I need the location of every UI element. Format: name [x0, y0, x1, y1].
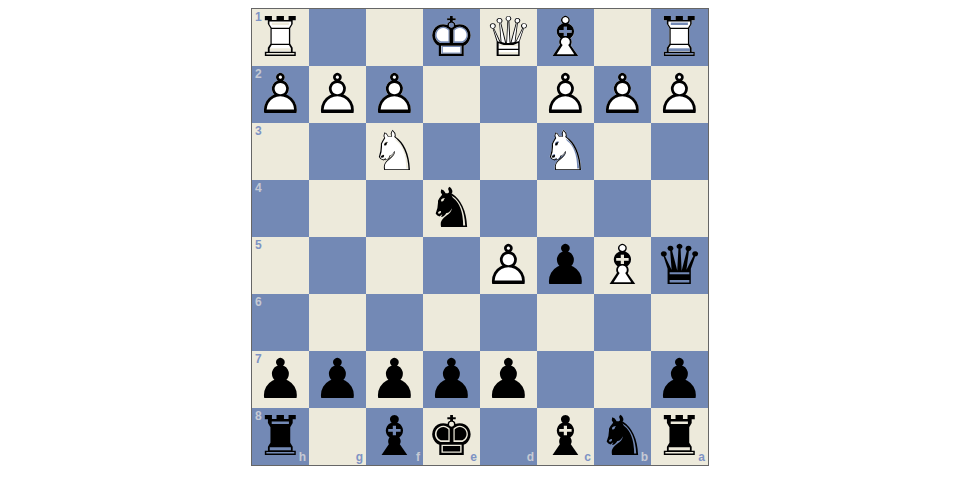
square-d1[interactable]: ♛♕: [480, 9, 537, 66]
square-b2[interactable]: ♟♙: [594, 66, 651, 123]
white-bishop-icon: ♗: [594, 237, 651, 294]
piece-white-pawn-h2[interactable]: ♟♙: [252, 66, 309, 123]
square-f6[interactable]: [366, 294, 423, 351]
piece-white-knight-f3[interactable]: ♞♘: [366, 123, 423, 180]
black-king-icon: ♚: [423, 408, 480, 465]
square-d4[interactable]: [480, 180, 537, 237]
square-c2[interactable]: ♟♙: [537, 66, 594, 123]
black-pawn-icon: ♟: [651, 351, 708, 408]
black-rook-icon: ♜: [252, 408, 309, 465]
black-pawn-icon: ♟: [366, 351, 423, 408]
square-h5[interactable]: 5: [252, 237, 309, 294]
white-pawn-icon: ♙: [594, 66, 651, 123]
square-a5[interactable]: ♛: [651, 237, 708, 294]
square-g3[interactable]: [309, 123, 366, 180]
square-c1[interactable]: ♝♗: [537, 9, 594, 66]
white-knight-icon: ♘: [366, 123, 423, 180]
square-e7[interactable]: ♟: [423, 351, 480, 408]
piece-black-pawn-h7[interactable]: ♟: [252, 351, 309, 408]
square-a3[interactable]: [651, 123, 708, 180]
square-d5[interactable]: ♟♙: [480, 237, 537, 294]
piece-white-bishop-b5[interactable]: ♝♗: [594, 237, 651, 294]
square-h3[interactable]: 3: [252, 123, 309, 180]
file-label-d: d: [527, 451, 534, 463]
square-d7[interactable]: ♟: [480, 351, 537, 408]
square-a7[interactable]: ♟: [651, 351, 708, 408]
square-g8[interactable]: g: [309, 408, 366, 465]
square-a6[interactable]: [651, 294, 708, 351]
piece-black-rook-a8[interactable]: ♜: [651, 408, 708, 465]
square-f8[interactable]: f♝: [366, 408, 423, 465]
square-c5[interactable]: ♟: [537, 237, 594, 294]
piece-black-knight-b8[interactable]: ♞: [594, 408, 651, 465]
piece-black-queen-a5[interactable]: ♛: [651, 237, 708, 294]
black-bishop-icon: ♝: [537, 408, 594, 465]
piece-black-pawn-c5[interactable]: ♟: [537, 237, 594, 294]
black-knight-icon: ♞: [423, 180, 480, 237]
piece-white-pawn-f2[interactable]: ♟♙: [366, 66, 423, 123]
piece-black-pawn-d7[interactable]: ♟: [480, 351, 537, 408]
white-bishop-icon: ♗: [537, 9, 594, 66]
black-pawn-icon: ♟: [423, 351, 480, 408]
piece-black-bishop-c8[interactable]: ♝: [537, 408, 594, 465]
square-d6[interactable]: [480, 294, 537, 351]
black-pawn-icon: ♟: [309, 351, 366, 408]
piece-black-knight-e4[interactable]: ♞: [423, 180, 480, 237]
black-pawn-icon: ♟: [252, 351, 309, 408]
square-b6[interactable]: [594, 294, 651, 351]
white-pawn-icon: ♙: [309, 66, 366, 123]
rank-label-3: 3: [255, 125, 262, 137]
square-d8[interactable]: d: [480, 408, 537, 465]
square-f5[interactable]: [366, 237, 423, 294]
piece-black-rook-h8[interactable]: ♜: [252, 408, 309, 465]
square-b3[interactable]: [594, 123, 651, 180]
square-e3[interactable]: [423, 123, 480, 180]
chess-board: 1♜♖♚♔♛♕♝♗♜♖2♟♙♟♙♟♙♟♙♟♙♟♙3♞♘♞♘4♞5♟♙♟♝♗♛67…: [251, 8, 709, 466]
piece-white-pawn-c2[interactable]: ♟♙: [537, 66, 594, 123]
square-e4[interactable]: ♞: [423, 180, 480, 237]
white-pawn-icon: ♙: [252, 66, 309, 123]
white-king-icon: ♔: [423, 9, 480, 66]
black-rook-icon: ♜: [651, 408, 708, 465]
square-h2[interactable]: 2♟♙: [252, 66, 309, 123]
rank-label-5: 5: [255, 239, 262, 251]
square-e6[interactable]: [423, 294, 480, 351]
square-g7[interactable]: ♟: [309, 351, 366, 408]
square-b8[interactable]: b♞: [594, 408, 651, 465]
white-rook-icon: ♖: [252, 9, 309, 66]
square-c4[interactable]: [537, 180, 594, 237]
square-e5[interactable]: [423, 237, 480, 294]
piece-black-pawn-a7[interactable]: ♟: [651, 351, 708, 408]
black-knight-icon: ♞: [594, 408, 651, 465]
square-h7[interactable]: 7♟: [252, 351, 309, 408]
square-a2[interactable]: ♟♙: [651, 66, 708, 123]
square-b1[interactable]: [594, 9, 651, 66]
square-f1[interactable]: [366, 9, 423, 66]
square-d3[interactable]: [480, 123, 537, 180]
white-pawn-icon: ♙: [651, 66, 708, 123]
rank-label-6: 6: [255, 296, 262, 308]
white-pawn-icon: ♙: [537, 66, 594, 123]
piece-white-king-e1[interactable]: ♚♔: [423, 9, 480, 66]
square-d2[interactable]: [480, 66, 537, 123]
piece-black-pawn-g7[interactable]: ♟: [309, 351, 366, 408]
square-b7[interactable]: [594, 351, 651, 408]
white-pawn-icon: ♙: [366, 66, 423, 123]
piece-black-pawn-f7[interactable]: ♟: [366, 351, 423, 408]
square-a1[interactable]: ♜♖: [651, 9, 708, 66]
piece-black-bishop-f8[interactable]: ♝: [366, 408, 423, 465]
square-g5[interactable]: [309, 237, 366, 294]
square-e8[interactable]: e♚: [423, 408, 480, 465]
square-f4[interactable]: [366, 180, 423, 237]
page-background: 1♜♖♚♔♛♕♝♗♜♖2♟♙♟♙♟♙♟♙♟♙♟♙3♞♘♞♘4♞5♟♙♟♝♗♛67…: [0, 0, 960, 480]
square-g6[interactable]: [309, 294, 366, 351]
file-label-g: g: [356, 451, 363, 463]
square-c8[interactable]: c♝: [537, 408, 594, 465]
white-knight-icon: ♘: [537, 123, 594, 180]
black-bishop-icon: ♝: [366, 408, 423, 465]
black-pawn-icon: ♟: [537, 237, 594, 294]
square-g4[interactable]: [309, 180, 366, 237]
square-e2[interactable]: [423, 66, 480, 123]
square-g2[interactable]: ♟♙: [309, 66, 366, 123]
square-g1[interactable]: [309, 9, 366, 66]
piece-white-pawn-g2[interactable]: ♟♙: [309, 66, 366, 123]
piece-white-pawn-b2[interactable]: ♟♙: [594, 66, 651, 123]
square-h1[interactable]: 1♜♖: [252, 9, 309, 66]
piece-white-pawn-a2[interactable]: ♟♙: [651, 66, 708, 123]
white-pawn-icon: ♙: [480, 237, 537, 294]
piece-black-king-e8[interactable]: ♚: [423, 408, 480, 465]
square-c7[interactable]: [537, 351, 594, 408]
rank-label-4: 4: [255, 182, 262, 194]
square-a8[interactable]: a♜: [651, 408, 708, 465]
square-h6[interactable]: 6: [252, 294, 309, 351]
piece-white-bishop-c1[interactable]: ♝♗: [537, 9, 594, 66]
white-queen-icon: ♕: [480, 9, 537, 66]
black-pawn-icon: ♟: [480, 351, 537, 408]
square-b5[interactable]: ♝♗: [594, 237, 651, 294]
piece-white-rook-a1[interactable]: ♜♖: [651, 9, 708, 66]
piece-white-knight-c3[interactable]: ♞♘: [537, 123, 594, 180]
square-f3[interactable]: ♞♘: [366, 123, 423, 180]
piece-white-queen-d1[interactable]: ♛♕: [480, 9, 537, 66]
piece-black-pawn-e7[interactable]: ♟: [423, 351, 480, 408]
board-grid: 1♜♖♚♔♛♕♝♗♜♖2♟♙♟♙♟♙♟♙♟♙♟♙3♞♘♞♘4♞5♟♙♟♝♗♛67…: [251, 8, 709, 466]
square-c3[interactable]: ♞♘: [537, 123, 594, 180]
square-h8[interactable]: 8h♜: [252, 408, 309, 465]
square-f7[interactable]: ♟: [366, 351, 423, 408]
square-e1[interactable]: ♚♔: [423, 9, 480, 66]
black-queen-icon: ♛: [651, 237, 708, 294]
white-rook-icon: ♖: [651, 9, 708, 66]
square-f2[interactable]: ♟♙: [366, 66, 423, 123]
piece-white-pawn-d5[interactable]: ♟♙: [480, 237, 537, 294]
square-a4[interactable]: [651, 180, 708, 237]
square-h4[interactable]: 4: [252, 180, 309, 237]
square-c6[interactable]: [537, 294, 594, 351]
piece-white-rook-h1[interactable]: ♜♖: [252, 9, 309, 66]
square-b4[interactable]: [594, 180, 651, 237]
